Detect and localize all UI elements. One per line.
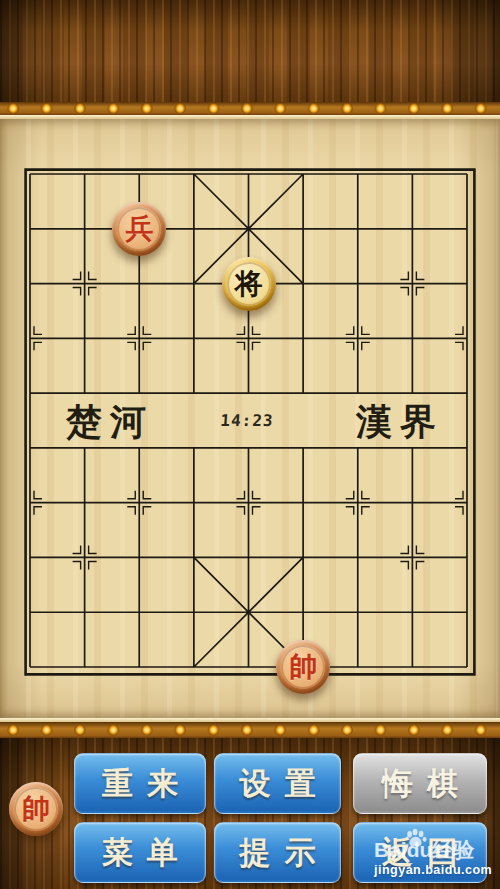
red-general-badge: 帥 xyxy=(9,782,63,836)
red-soldier-piece[interactable]: 兵 xyxy=(112,202,166,256)
red-soldier-piece-face: 兵 xyxy=(117,207,161,251)
menu-button[interactable]: 菜单 xyxy=(74,822,206,883)
undo-button-label: 悔棋 xyxy=(368,763,472,805)
top-wood-frame xyxy=(0,0,500,102)
undo-button[interactable]: 悔棋 xyxy=(353,753,487,814)
red-general-piece-glyph: 帥 xyxy=(289,653,317,681)
red-general-piece[interactable]: 帥 xyxy=(276,640,330,694)
red-general-badge-glyph: 帥 xyxy=(22,795,50,823)
back-button[interactable]: 返回 xyxy=(353,822,487,883)
xiangqi-app-screen: 楚河 14:23 漢界 兵将帥 帥 重来 设置 悔棋 菜单 提示 返回 Baid… xyxy=(0,0,500,889)
hint-button-label: 提示 xyxy=(226,832,330,874)
back-button-label: 返回 xyxy=(368,832,472,874)
settings-button-label: 设置 xyxy=(226,763,330,805)
restart-button-label: 重来 xyxy=(88,763,192,805)
bottom-rivet-rail xyxy=(0,722,500,738)
game-timer: 14:23 xyxy=(206,411,287,430)
black-general-piece-face: 将 xyxy=(227,262,271,306)
red-general-badge-face: 帥 xyxy=(14,787,58,831)
restart-button[interactable]: 重来 xyxy=(74,753,206,814)
red-general-piece-face: 帥 xyxy=(281,645,325,689)
top-rivet-rail xyxy=(0,102,500,115)
black-general-piece-glyph: 将 xyxy=(235,270,263,298)
black-general-piece[interactable]: 将 xyxy=(222,257,276,311)
settings-button[interactable]: 设置 xyxy=(214,753,341,814)
hint-button[interactable]: 提示 xyxy=(214,822,341,883)
river-label-left: 楚河 xyxy=(41,404,171,440)
red-soldier-piece-glyph: 兵 xyxy=(125,215,153,243)
menu-button-label: 菜单 xyxy=(88,832,192,874)
river-label-right: 漢界 xyxy=(331,404,461,440)
